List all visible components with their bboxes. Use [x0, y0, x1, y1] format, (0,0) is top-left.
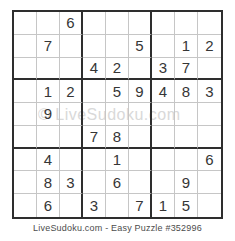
cell-r3c5[interactable]: 2: [106, 58, 129, 81]
cell-r7c1[interactable]: [14, 149, 37, 172]
cell-r2c3[interactable]: [60, 35, 83, 58]
cell-r4c7[interactable]: 4: [152, 80, 175, 103]
cell-r6c2[interactable]: [37, 126, 60, 149]
cell-r6c6[interactable]: [129, 126, 152, 149]
cell-r6c1[interactable]: [14, 126, 37, 149]
cell-r7c3[interactable]: [60, 149, 83, 172]
cell-r9c5[interactable]: [106, 194, 129, 217]
cell-r2c7[interactable]: [152, 35, 175, 58]
cell-r5c7[interactable]: [152, 103, 175, 126]
cell-r4c5[interactable]: 5: [106, 80, 129, 103]
cell-r7c8[interactable]: [175, 149, 198, 172]
cell-r6c9[interactable]: [198, 126, 221, 149]
cell-r4c3[interactable]: 2: [60, 80, 83, 103]
cell-r1c8[interactable]: [175, 12, 198, 35]
sudoku-board: 6751242371259483978416836963715: [12, 10, 223, 219]
cell-r5c4[interactable]: [83, 103, 106, 126]
cell-r4c9[interactable]: 3: [198, 80, 221, 103]
cell-r7c6[interactable]: [129, 149, 152, 172]
cell-r2c4[interactable]: [83, 35, 106, 58]
cell-r6c8[interactable]: [175, 126, 198, 149]
cell-r3c3[interactable]: [60, 58, 83, 81]
cell-r4c6[interactable]: 9: [129, 80, 152, 103]
cell-r4c1[interactable]: [14, 80, 37, 103]
cell-r6c3[interactable]: [60, 126, 83, 149]
cell-r9c2[interactable]: 6: [37, 194, 60, 217]
puzzle-caption: LiveSudoku.com - Easy Puzzle #352996: [0, 223, 235, 233]
cell-r8c9[interactable]: [198, 171, 221, 194]
cell-r3c9[interactable]: [198, 58, 221, 81]
cell-r8c3[interactable]: 3: [60, 171, 83, 194]
cell-r4c2[interactable]: 1: [37, 80, 60, 103]
cell-r9c6[interactable]: 7: [129, 194, 152, 217]
cell-r7c2[interactable]: 4: [37, 149, 60, 172]
cell-r8c7[interactable]: [152, 171, 175, 194]
cell-r3c7[interactable]: 3: [152, 58, 175, 81]
cell-r6c7[interactable]: [152, 126, 175, 149]
cell-r7c9[interactable]: 6: [198, 149, 221, 172]
cell-r5c5[interactable]: [106, 103, 129, 126]
cell-r9c9[interactable]: [198, 194, 221, 217]
cell-r9c8[interactable]: 5: [175, 194, 198, 217]
cell-r7c5[interactable]: 1: [106, 149, 129, 172]
cell-r3c1[interactable]: [14, 58, 37, 81]
cell-r1c6[interactable]: [129, 12, 152, 35]
cell-r5c6[interactable]: [129, 103, 152, 126]
cell-r8c1[interactable]: [14, 171, 37, 194]
cell-r1c4[interactable]: [83, 12, 106, 35]
cell-r9c7[interactable]: 1: [152, 194, 175, 217]
cell-r6c5[interactable]: 8: [106, 126, 129, 149]
cell-r8c4[interactable]: [83, 171, 106, 194]
cell-r7c4[interactable]: [83, 149, 106, 172]
cell-r9c3[interactable]: [60, 194, 83, 217]
cell-r7c7[interactable]: [152, 149, 175, 172]
cell-r2c9[interactable]: 2: [198, 35, 221, 58]
cell-r1c1[interactable]: [14, 12, 37, 35]
cell-r3c6[interactable]: [129, 58, 152, 81]
cell-r1c9[interactable]: [198, 12, 221, 35]
cell-r4c8[interactable]: 8: [175, 80, 198, 103]
cell-r8c5[interactable]: 6: [106, 171, 129, 194]
cell-r5c3[interactable]: [60, 103, 83, 126]
cell-r4c4[interactable]: [83, 80, 106, 103]
cell-r6c4[interactable]: 7: [83, 126, 106, 149]
cell-r2c2[interactable]: 7: [37, 35, 60, 58]
cell-r3c2[interactable]: [37, 58, 60, 81]
cell-r5c9[interactable]: [198, 103, 221, 126]
cell-r5c2[interactable]: 9: [37, 103, 60, 126]
cell-r5c1[interactable]: [14, 103, 37, 126]
cell-r1c5[interactable]: [106, 12, 129, 35]
cell-r3c4[interactable]: 4: [83, 58, 106, 81]
cell-r2c6[interactable]: 5: [129, 35, 152, 58]
cell-r8c2[interactable]: 8: [37, 171, 60, 194]
cell-r9c1[interactable]: [14, 194, 37, 217]
cell-r5c8[interactable]: [175, 103, 198, 126]
cell-r8c8[interactable]: 9: [175, 171, 198, 194]
cell-r9c4[interactable]: 3: [83, 194, 106, 217]
cell-r2c8[interactable]: 1: [175, 35, 198, 58]
cell-r2c5[interactable]: [106, 35, 129, 58]
cell-r1c2[interactable]: [37, 12, 60, 35]
sudoku-page: 6751242371259483978416836963715 © LiveSu…: [0, 0, 235, 241]
cell-r1c3[interactable]: 6: [60, 12, 83, 35]
cell-r3c8[interactable]: 7: [175, 58, 198, 81]
cell-r8c6[interactable]: [129, 171, 152, 194]
cell-r2c1[interactable]: [14, 35, 37, 58]
cell-r1c7[interactable]: [152, 12, 175, 35]
